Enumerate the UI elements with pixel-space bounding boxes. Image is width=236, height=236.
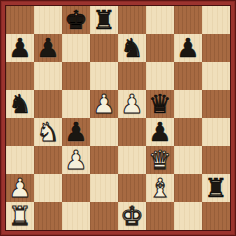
square-a1[interactable]: ♜ bbox=[6, 202, 34, 230]
square-d1[interactable] bbox=[90, 202, 118, 230]
square-a2[interactable]: ♟ bbox=[6, 174, 34, 202]
square-a4[interactable] bbox=[6, 118, 34, 146]
square-f6[interactable] bbox=[146, 62, 174, 90]
square-d4[interactable] bbox=[90, 118, 118, 146]
square-f8[interactable] bbox=[146, 6, 174, 34]
square-e1[interactable]: ♚ bbox=[118, 202, 146, 230]
square-f3[interactable]: ♛ bbox=[146, 146, 174, 174]
square-h6[interactable] bbox=[202, 62, 230, 90]
square-g6[interactable] bbox=[174, 62, 202, 90]
square-e8[interactable] bbox=[118, 6, 146, 34]
square-b4[interactable]: ♞ bbox=[34, 118, 62, 146]
square-h2[interactable]: ♜ bbox=[202, 174, 230, 202]
black-pawn[interactable]: ♟ bbox=[8, 34, 31, 62]
square-d8[interactable]: ♜ bbox=[90, 6, 118, 34]
square-g8[interactable] bbox=[174, 6, 202, 34]
square-a7[interactable]: ♟ bbox=[6, 34, 34, 62]
square-b8[interactable] bbox=[34, 6, 62, 34]
square-b3[interactable] bbox=[34, 146, 62, 174]
black-pawn[interactable]: ♟ bbox=[148, 118, 171, 146]
square-b7[interactable]: ♟ bbox=[34, 34, 62, 62]
square-h4[interactable] bbox=[202, 118, 230, 146]
square-g1[interactable] bbox=[174, 202, 202, 230]
square-b5[interactable] bbox=[34, 90, 62, 118]
black-knight[interactable]: ♞ bbox=[120, 34, 143, 62]
white-pawn[interactable]: ♟ bbox=[92, 90, 115, 118]
black-pawn[interactable]: ♟ bbox=[64, 118, 87, 146]
square-h7[interactable] bbox=[202, 34, 230, 62]
square-d7[interactable] bbox=[90, 34, 118, 62]
square-c1[interactable] bbox=[62, 202, 90, 230]
square-d3[interactable] bbox=[90, 146, 118, 174]
square-f2[interactable]: ♝ bbox=[146, 174, 174, 202]
black-pawn[interactable]: ♟ bbox=[176, 34, 199, 62]
white-pawn[interactable]: ♟ bbox=[8, 174, 31, 202]
square-c3[interactable]: ♟ bbox=[62, 146, 90, 174]
square-d6[interactable] bbox=[90, 62, 118, 90]
black-queen[interactable]: ♛ bbox=[148, 90, 171, 118]
square-c7[interactable] bbox=[62, 34, 90, 62]
square-g3[interactable] bbox=[174, 146, 202, 174]
square-e7[interactable]: ♞ bbox=[118, 34, 146, 62]
square-a3[interactable] bbox=[6, 146, 34, 174]
white-knight[interactable]: ♞ bbox=[36, 118, 59, 146]
square-d5[interactable]: ♟ bbox=[90, 90, 118, 118]
square-c5[interactable] bbox=[62, 90, 90, 118]
white-pawn[interactable]: ♟ bbox=[120, 90, 143, 118]
white-rook[interactable]: ♜ bbox=[8, 202, 31, 230]
square-h5[interactable] bbox=[202, 90, 230, 118]
black-pawn[interactable]: ♟ bbox=[36, 34, 59, 62]
square-g7[interactable]: ♟ bbox=[174, 34, 202, 62]
square-e4[interactable] bbox=[118, 118, 146, 146]
square-e5[interactable]: ♟ bbox=[118, 90, 146, 118]
square-e3[interactable] bbox=[118, 146, 146, 174]
square-f4[interactable]: ♟ bbox=[146, 118, 174, 146]
square-g5[interactable] bbox=[174, 90, 202, 118]
white-queen[interactable]: ♛ bbox=[148, 146, 171, 174]
chess-board-frame: ♚♜♟♟♞♟♞♟♟♛♞♟♟♟♛♟♝♜♜♚ bbox=[0, 0, 236, 236]
square-h1[interactable] bbox=[202, 202, 230, 230]
black-rook[interactable]: ♜ bbox=[92, 6, 115, 34]
square-h8[interactable] bbox=[202, 6, 230, 34]
square-a5[interactable]: ♞ bbox=[6, 90, 34, 118]
square-g2[interactable] bbox=[174, 174, 202, 202]
square-f5[interactable]: ♛ bbox=[146, 90, 174, 118]
black-king[interactable]: ♚ bbox=[64, 6, 87, 34]
square-b1[interactable] bbox=[34, 202, 62, 230]
square-b2[interactable] bbox=[34, 174, 62, 202]
square-c6[interactable] bbox=[62, 62, 90, 90]
square-b6[interactable] bbox=[34, 62, 62, 90]
square-e6[interactable] bbox=[118, 62, 146, 90]
black-rook[interactable]: ♜ bbox=[204, 174, 227, 202]
square-c4[interactable]: ♟ bbox=[62, 118, 90, 146]
black-knight[interactable]: ♞ bbox=[8, 90, 31, 118]
square-g4[interactable] bbox=[174, 118, 202, 146]
square-c2[interactable] bbox=[62, 174, 90, 202]
square-a8[interactable] bbox=[6, 6, 34, 34]
square-d2[interactable] bbox=[90, 174, 118, 202]
chess-board: ♚♜♟♟♞♟♞♟♟♛♞♟♟♟♛♟♝♜♜♚ bbox=[6, 6, 230, 230]
white-pawn[interactable]: ♟ bbox=[64, 146, 87, 174]
square-c8[interactable]: ♚ bbox=[62, 6, 90, 34]
square-f1[interactable] bbox=[146, 202, 174, 230]
square-a6[interactable] bbox=[6, 62, 34, 90]
white-bishop[interactable]: ♝ bbox=[148, 174, 171, 202]
white-king[interactable]: ♚ bbox=[120, 202, 143, 230]
square-e2[interactable] bbox=[118, 174, 146, 202]
square-f7[interactable] bbox=[146, 34, 174, 62]
square-h3[interactable] bbox=[202, 146, 230, 174]
